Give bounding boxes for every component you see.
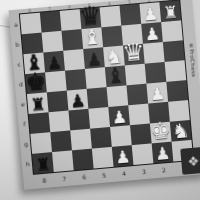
square-e7[interactable]: [47, 91, 69, 113]
piece-white-p-h2[interactable]: ♟: [154, 145, 171, 163]
square-f7[interactable]: [49, 111, 71, 133]
piece-black-b-d4[interactable]: ♝: [105, 64, 126, 87]
square-f3[interactable]: [128, 104, 150, 126]
board-brand-text: ®ProChess: [188, 42, 197, 77]
square-c6[interactable]: [63, 49, 85, 71]
square-f5[interactable]: [88, 107, 110, 129]
square-d4[interactable]: ♝: [105, 65, 127, 87]
coord-rank-bottom-6: 6: [74, 174, 94, 182]
square-c2[interactable]: [143, 42, 165, 64]
coord-rank-bottom-3: 3: [134, 168, 154, 176]
square-g7[interactable]: [50, 130, 72, 152]
square-f4[interactable]: ♟: [108, 105, 130, 127]
square-c1[interactable]: [163, 40, 185, 62]
coord-rank-bottom-5: 5: [94, 172, 114, 180]
coord-file-g: g: [21, 141, 31, 148]
piece-black-r-e8[interactable]: ♜: [29, 96, 46, 114]
square-d6[interactable]: [65, 69, 87, 91]
square-g4[interactable]: [110, 125, 132, 147]
coord-rank-bottom-7: 7: [54, 175, 74, 183]
coord-file-a: a: [11, 21, 21, 28]
square-d7[interactable]: [45, 71, 67, 93]
square-a7[interactable]: [40, 11, 62, 33]
piece-black-p-e6[interactable]: ♟: [69, 92, 86, 110]
square-f8[interactable]: [29, 112, 51, 134]
piece-white-p-a2[interactable]: ♟: [142, 5, 159, 23]
square-e6[interactable]: ♟: [67, 89, 89, 111]
square-h8[interactable]: ♜: [32, 152, 54, 174]
coord-rank-bottom-4: 4: [114, 170, 134, 178]
piece-white-p-b2[interactable]: ♟: [144, 25, 161, 43]
chess-board: ♛♟♜♝♟♝♟♟♞♛♚♝♜♟♟♟♚♞♜♟♟ ®ProChess ❖ abcdef…: [9, 0, 200, 190]
piece-white-k-g2[interactable]: ♚: [149, 119, 172, 144]
chessboard-photo: ♛♟♜♝♟♝♟♟♞♛♚♝♜♟♟♟♚♞♜♟♟ ®ProChess ❖ abcdef…: [0, 0, 200, 200]
square-g1[interactable]: ♞: [170, 120, 192, 142]
square-a4[interactable]: [100, 6, 122, 28]
piece-white-r-a1[interactable]: ♜: [162, 4, 179, 22]
coord-file-b: b: [12, 41, 22, 48]
piece-black-r-h8[interactable]: ♜: [35, 155, 52, 173]
square-h7[interactable]: [52, 150, 74, 172]
piece-white-p-h4[interactable]: ♟: [114, 148, 131, 166]
coord-file-f: f: [19, 121, 29, 128]
square-a3[interactable]: [120, 4, 142, 26]
square-a8[interactable]: [20, 13, 42, 35]
square-h3[interactable]: [132, 143, 154, 165]
square-c5[interactable]: ♟: [83, 47, 105, 69]
square-e8[interactable]: ♜: [27, 92, 49, 114]
piece-black-p-c7[interactable]: ♟: [46, 54, 63, 72]
square-b1[interactable]: [161, 20, 183, 42]
square-f6[interactable]: [68, 109, 90, 131]
square-b6[interactable]: [61, 29, 83, 51]
square-e5[interactable]: [87, 87, 109, 109]
coord-rank-bottom-8: 8: [34, 177, 54, 185]
square-b7[interactable]: [42, 31, 64, 53]
square-h5[interactable]: [92, 147, 114, 169]
square-h6[interactable]: [72, 149, 94, 171]
square-e4[interactable]: [107, 85, 129, 107]
square-b2[interactable]: ♟: [141, 22, 163, 44]
square-c3[interactable]: ♛: [123, 44, 145, 66]
square-g8[interactable]: [30, 132, 52, 154]
piece-black-p-c5[interactable]: ♟: [86, 50, 103, 68]
board-grid: ♛♟♜♝♟♝♟♟♞♛♚♝♜♟♟♟♚♞♜♟♟: [20, 0, 193, 173]
piece-white-b-b5[interactable]: ♝: [82, 26, 103, 49]
square-a1[interactable]: ♜: [159, 0, 181, 22]
square-d8[interactable]: ♚: [25, 72, 47, 94]
piece-white-p-f4[interactable]: ♟: [111, 108, 128, 126]
coord-file-c: c: [14, 61, 24, 68]
square-g3[interactable]: [130, 123, 152, 145]
piece-white-p-e2[interactable]: ♟: [149, 85, 166, 103]
square-g5[interactable]: [90, 127, 112, 149]
square-d1[interactable]: [165, 60, 187, 82]
square-e2[interactable]: ♟: [146, 82, 168, 104]
coord-rank-bottom-2: 2: [154, 167, 174, 175]
square-g6[interactable]: [70, 129, 92, 151]
square-h2[interactable]: ♟: [152, 142, 174, 164]
square-d2[interactable]: [145, 62, 167, 84]
piece-white-n-g1[interactable]: ♞: [171, 120, 191, 141]
square-e1[interactable]: [166, 80, 188, 102]
piece-white-q-c3[interactable]: ♛: [121, 39, 146, 66]
coord-file-e: e: [18, 101, 28, 108]
square-e3[interactable]: [126, 84, 148, 106]
square-g2[interactable]: ♚: [150, 122, 172, 144]
square-d5[interactable]: [85, 67, 107, 89]
coord-file-h: h: [23, 161, 33, 168]
square-h4[interactable]: ♟: [112, 145, 134, 167]
square-c7[interactable]: ♟: [43, 51, 65, 73]
piece-black-k-d8[interactable]: ♚: [25, 69, 48, 94]
square-b5[interactable]: ♝: [81, 27, 103, 49]
square-a2[interactable]: ♟: [139, 2, 161, 24]
